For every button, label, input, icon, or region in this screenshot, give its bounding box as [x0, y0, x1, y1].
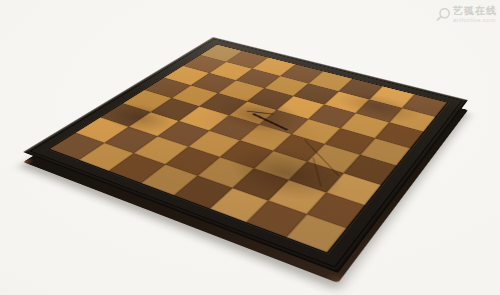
board-grid [50, 45, 447, 253]
magnifier-icon [436, 7, 451, 26]
watermark: 艺狐在线 artfoxlive.com [436, 6, 497, 26]
watermark-url: artfoxlive.com [453, 17, 497, 23]
photo-scene: 艺狐在线 artfoxlive.com [0, 0, 500, 295]
chessboard [23, 37, 468, 273]
watermark-title: 艺狐在线 [453, 6, 497, 17]
